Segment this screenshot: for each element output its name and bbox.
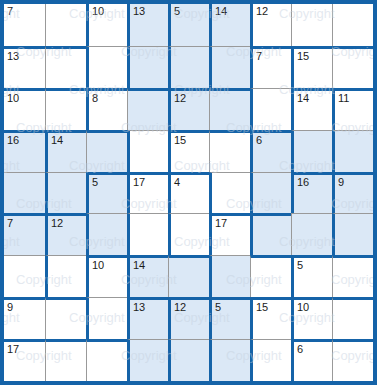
cell-r0c6[interactable]: 12	[250, 4, 291, 46]
cell-r7c7[interactable]: 10	[291, 297, 332, 339]
cell-r6c5[interactable]	[209, 255, 250, 297]
cell-r5c2[interactable]	[86, 213, 127, 255]
killer-sudoku-board: 7101351412137151081214111614156517416971…	[0, 0, 377, 385]
cell-r4c0[interactable]	[4, 172, 45, 214]
cell-r5c7[interactable]	[291, 213, 332, 255]
cell-r7c0[interactable]: 9	[4, 297, 45, 339]
cage-sum: 17	[215, 217, 227, 230]
cell-r8c4[interactable]	[168, 339, 209, 381]
cell-r2c1[interactable]	[45, 88, 86, 130]
cell-r3c4[interactable]: 15	[168, 130, 209, 172]
cage-sum: 10	[297, 301, 309, 314]
cell-r4c3[interactable]: 17	[127, 172, 168, 214]
cage-sum: 15	[297, 50, 309, 63]
cell-r1c3[interactable]	[127, 46, 168, 88]
cell-r4c1[interactable]	[45, 172, 86, 214]
cell-r6c2[interactable]: 10	[86, 255, 127, 297]
cage-sum: 8	[92, 92, 98, 105]
cell-r8c3[interactable]	[127, 339, 168, 381]
cell-r0c0[interactable]: 7	[4, 4, 45, 46]
cell-r4c8[interactable]: 9	[332, 172, 373, 214]
cage-sum: 12	[51, 217, 63, 230]
cell-r4c6[interactable]	[250, 172, 291, 214]
cage-sum: 5	[215, 301, 221, 314]
cage-sum: 6	[297, 343, 303, 356]
cage-sum: 9	[338, 176, 344, 189]
cell-r3c6[interactable]: 6	[250, 130, 291, 172]
cage-sum: 7	[7, 5, 13, 18]
cage-sum: 13	[7, 50, 19, 63]
cell-r6c8[interactable]	[332, 255, 373, 297]
cell-r1c5[interactable]	[209, 46, 250, 88]
cell-r0c4[interactable]: 5	[168, 4, 209, 46]
cell-r4c5[interactable]	[209, 172, 250, 214]
cell-r3c2[interactable]	[86, 130, 127, 172]
cage-sum: 16	[297, 176, 309, 189]
cell-r5c4[interactable]	[168, 213, 209, 255]
cage-sum: 13	[133, 5, 145, 18]
cell-r8c5[interactable]	[209, 339, 250, 381]
cell-r5c8[interactable]	[332, 213, 373, 255]
cell-r2c6[interactable]	[250, 88, 291, 130]
cage-sum: 15	[174, 134, 186, 147]
cell-r1c7[interactable]: 15	[291, 46, 332, 88]
cell-r6c4[interactable]	[168, 255, 209, 297]
cage-sum: 14	[215, 5, 227, 18]
cage-sum: 5	[92, 176, 98, 189]
cell-r2c5[interactable]	[209, 88, 250, 130]
cell-r7c4[interactable]: 12	[168, 297, 209, 339]
cell-r3c1[interactable]: 14	[45, 130, 86, 172]
cell-r3c3[interactable]	[127, 130, 168, 172]
cell-r4c2[interactable]: 5	[86, 172, 127, 214]
cell-r8c6[interactable]	[250, 339, 291, 381]
cell-r0c3[interactable]: 13	[127, 4, 168, 46]
cage-sum: 6	[256, 134, 262, 147]
cage-sum: 14	[133, 259, 145, 272]
cell-r7c5[interactable]: 5	[209, 297, 250, 339]
cell-r7c6[interactable]: 15	[250, 297, 291, 339]
cell-r5c3[interactable]	[127, 213, 168, 255]
cell-r8c2[interactable]	[86, 339, 127, 381]
cell-r3c5[interactable]	[209, 130, 250, 172]
cage-sum: 7	[7, 217, 13, 230]
cage-sum: 10	[7, 92, 19, 105]
cell-r3c0[interactable]: 16	[4, 130, 45, 172]
cage-sum: 13	[133, 301, 145, 314]
cage-sum: 10	[92, 5, 104, 18]
cell-r6c1[interactable]	[45, 255, 86, 297]
cell-r3c7[interactable]	[291, 130, 332, 172]
cell-r0c2[interactable]: 10	[86, 4, 127, 46]
cell-r1c1[interactable]	[45, 46, 86, 88]
cell-r5c0[interactable]: 7	[4, 213, 45, 255]
cell-r3c8[interactable]	[332, 130, 373, 172]
cage-sum: 16	[7, 134, 19, 147]
sudoku-grid: 7101351412137151081214111614156517416971…	[4, 4, 373, 381]
cell-r4c4[interactable]: 4	[168, 172, 209, 214]
cage-sum: 12	[256, 5, 268, 18]
cell-r8c0[interactable]: 17	[4, 339, 45, 381]
cell-r8c1[interactable]	[45, 339, 86, 381]
cell-r2c3[interactable]	[127, 88, 168, 130]
cage-sum: 11	[338, 92, 349, 105]
cell-r5c1[interactable]: 12	[45, 213, 86, 255]
cage-sum: 10	[92, 259, 104, 272]
cage-sum: 17	[7, 343, 19, 356]
cage-sum: 5	[297, 259, 303, 272]
cell-r8c7[interactable]: 6	[291, 339, 332, 381]
cage-sum: 4	[174, 176, 180, 189]
cell-r7c8[interactable]	[332, 297, 373, 339]
cell-r6c7[interactable]: 5	[291, 255, 332, 297]
cell-r1c2[interactable]	[86, 46, 127, 88]
cell-r5c6[interactable]	[250, 213, 291, 255]
cell-r7c3[interactable]: 13	[127, 297, 168, 339]
cell-r5c5[interactable]: 17	[209, 213, 250, 255]
cell-r6c0[interactable]	[4, 255, 45, 297]
cell-r0c7[interactable]	[291, 4, 332, 46]
cage-sum: 17	[133, 176, 145, 189]
cell-r0c8[interactable]	[332, 4, 373, 46]
cell-r0c5[interactable]: 14	[209, 4, 250, 46]
cell-r6c3[interactable]: 14	[127, 255, 168, 297]
cell-r2c7[interactable]: 14	[291, 88, 332, 130]
cell-r1c0[interactable]: 13	[4, 46, 45, 88]
cell-r8c8[interactable]	[332, 339, 373, 381]
cage-sum: 5	[174, 5, 180, 18]
cell-r1c4[interactable]	[168, 46, 209, 88]
cage-sum: 14	[297, 92, 309, 105]
cage-sum: 7	[256, 50, 262, 63]
cell-r2c0[interactable]: 10	[4, 88, 45, 130]
cell-r2c4[interactable]: 12	[168, 88, 209, 130]
cell-r1c6[interactable]: 7	[250, 46, 291, 88]
cage-sum: 12	[174, 301, 186, 314]
cell-r2c2[interactable]: 8	[86, 88, 127, 130]
cage-sum: 14	[51, 134, 63, 147]
cell-r2c8[interactable]: 11	[332, 88, 373, 130]
cell-r1c8[interactable]	[332, 46, 373, 88]
cage-sum: 12	[174, 92, 186, 105]
cell-r0c1[interactable]	[45, 4, 86, 46]
cell-r6c6[interactable]	[250, 255, 291, 297]
cage-sum: 15	[256, 301, 268, 314]
cell-r4c7[interactable]: 16	[291, 172, 332, 214]
cell-r7c1[interactable]	[45, 297, 86, 339]
cage-sum: 9	[7, 301, 13, 314]
cell-r7c2[interactable]	[86, 297, 127, 339]
